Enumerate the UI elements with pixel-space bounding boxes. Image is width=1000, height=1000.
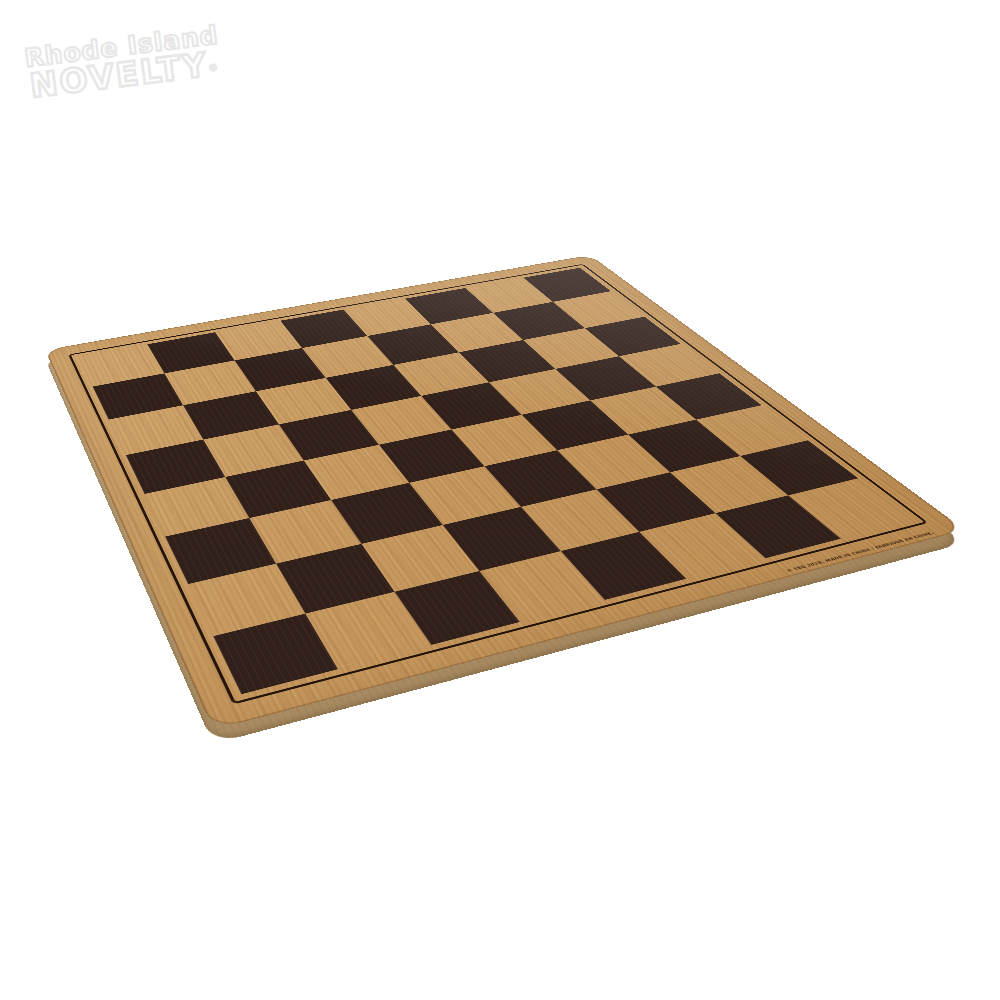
- registered-trademark-symbol: ®: [208, 62, 221, 74]
- brand-watermark: Rhode Island NOVELTY®: [23, 22, 224, 104]
- photo-background: Rhode Island NOVELTY® © TEG 2019. MADE I…: [0, 0, 1000, 1000]
